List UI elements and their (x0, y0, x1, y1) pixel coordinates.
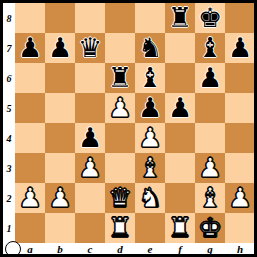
square-e1[interactable] (135, 213, 165, 243)
square-d2[interactable]: ♛ (105, 183, 135, 213)
square-f8[interactable]: ♜ (165, 3, 195, 33)
square-h2[interactable]: ♟ (225, 183, 255, 213)
square-g6[interactable]: ♟ (195, 63, 225, 93)
square-b8[interactable] (45, 3, 75, 33)
rank-label-4: 4 (3, 123, 15, 153)
square-b6[interactable] (45, 63, 75, 93)
board: ♜♚♟♟♛♞♝♟♜♝♟♟♟♟♟♟♟♝♟♟♟♛♞♝♟♜♜♚ (15, 3, 255, 243)
square-a6[interactable] (15, 63, 45, 93)
white-king: ♚ (195, 213, 225, 243)
square-a2[interactable]: ♟ (15, 183, 45, 213)
square-b3[interactable] (45, 153, 75, 183)
white-pawn: ♟ (225, 183, 255, 213)
square-c5[interactable] (75, 93, 105, 123)
black-pawn: ♟ (195, 63, 225, 93)
square-d1[interactable]: ♜ (105, 213, 135, 243)
black-rook: ♜ (105, 63, 135, 93)
file-label-f: f (165, 243, 195, 254)
square-c4[interactable]: ♟ (75, 123, 105, 153)
white-pawn: ♟ (195, 153, 225, 183)
black-pawn: ♟ (75, 123, 105, 153)
rank-label-2: 2 (3, 183, 15, 213)
white-pawn: ♟ (105, 93, 135, 123)
square-b5[interactable] (45, 93, 75, 123)
black-king: ♚ (195, 3, 225, 33)
square-a4[interactable] (15, 123, 45, 153)
square-b4[interactable] (45, 123, 75, 153)
black-queen: ♛ (75, 33, 105, 63)
rank-label-8: 8 (3, 3, 15, 33)
square-d6[interactable]: ♜ (105, 63, 135, 93)
white-rook: ♜ (165, 213, 195, 243)
file-label-d: d (105, 243, 135, 254)
file-label-b: b (45, 243, 75, 254)
square-f3[interactable] (165, 153, 195, 183)
square-c6[interactable] (75, 63, 105, 93)
square-g4[interactable] (195, 123, 225, 153)
file-labels: abcdefgh (15, 243, 255, 254)
white-knight: ♞ (135, 183, 165, 213)
square-g3[interactable]: ♟ (195, 153, 225, 183)
square-a8[interactable] (15, 3, 45, 33)
square-c2[interactable] (75, 183, 105, 213)
square-a3[interactable] (15, 153, 45, 183)
square-e3[interactable]: ♝ (135, 153, 165, 183)
square-e2[interactable]: ♞ (135, 183, 165, 213)
square-b1[interactable] (45, 213, 75, 243)
square-g1[interactable]: ♚ (195, 213, 225, 243)
square-h5[interactable] (225, 93, 255, 123)
rank-label-5: 5 (3, 93, 15, 123)
black-pawn: ♟ (45, 33, 75, 63)
black-pawn: ♟ (165, 93, 195, 123)
square-f2[interactable] (165, 183, 195, 213)
square-a1[interactable] (15, 213, 45, 243)
square-d8[interactable] (105, 3, 135, 33)
square-d3[interactable] (105, 153, 135, 183)
rank-label-7: 7 (3, 33, 15, 63)
square-g8[interactable]: ♚ (195, 3, 225, 33)
square-c7[interactable]: ♛ (75, 33, 105, 63)
square-f7[interactable] (165, 33, 195, 63)
square-e4[interactable]: ♟ (135, 123, 165, 153)
square-h3[interactable] (225, 153, 255, 183)
square-c8[interactable] (75, 3, 105, 33)
square-b2[interactable]: ♟ (45, 183, 75, 213)
square-h7[interactable]: ♟ (225, 33, 255, 63)
square-e7[interactable]: ♞ (135, 33, 165, 63)
square-d7[interactable] (105, 33, 135, 63)
square-d4[interactable] (105, 123, 135, 153)
square-f5[interactable]: ♟ (165, 93, 195, 123)
square-g5[interactable] (195, 93, 225, 123)
white-pawn: ♟ (135, 123, 165, 153)
file-label-c: c (75, 243, 105, 254)
square-c3[interactable]: ♟ (75, 153, 105, 183)
black-knight: ♞ (135, 33, 165, 63)
square-g2[interactable]: ♝ (195, 183, 225, 213)
file-label-h: h (225, 243, 255, 254)
chess-diagram: 87654321 ♜♚♟♟♛♞♝♟♜♝♟♟♟♟♟♟♟♝♟♟♟♛♞♝♟♜♜♚ ab… (0, 0, 257, 257)
square-h8[interactable] (225, 3, 255, 33)
white-pawn: ♟ (45, 183, 75, 213)
white-queen: ♛ (105, 183, 135, 213)
white-bishop: ♝ (195, 183, 225, 213)
square-c1[interactable] (75, 213, 105, 243)
black-bishop: ♝ (195, 33, 225, 63)
black-pawn: ♟ (15, 33, 45, 63)
rank-label-6: 6 (3, 63, 15, 93)
square-h6[interactable] (225, 63, 255, 93)
white-bishop: ♝ (135, 153, 165, 183)
square-f6[interactable] (165, 63, 195, 93)
square-b7[interactable]: ♟ (45, 33, 75, 63)
square-a7[interactable]: ♟ (15, 33, 45, 63)
square-g7[interactable]: ♝ (195, 33, 225, 63)
square-a5[interactable] (15, 93, 45, 123)
square-f1[interactable]: ♜ (165, 213, 195, 243)
square-e8[interactable] (135, 3, 165, 33)
file-label-e: e (135, 243, 165, 254)
black-pawn: ♟ (225, 33, 255, 63)
square-e5[interactable]: ♟ (135, 93, 165, 123)
black-pawn: ♟ (135, 93, 165, 123)
square-f4[interactable] (165, 123, 195, 153)
black-bishop: ♝ (135, 63, 165, 93)
side-to-move-indicator (5, 241, 21, 257)
rank-labels: 87654321 (3, 3, 15, 243)
rank-label-1: 1 (3, 213, 15, 243)
white-rook: ♜ (105, 213, 135, 243)
square-h1[interactable] (225, 213, 255, 243)
black-rook: ♜ (165, 3, 195, 33)
white-pawn: ♟ (15, 183, 45, 213)
white-pawn: ♟ (75, 153, 105, 183)
square-h4[interactable] (225, 123, 255, 153)
file-label-g: g (195, 243, 225, 254)
square-d5[interactable]: ♟ (105, 93, 135, 123)
rank-label-3: 3 (3, 153, 15, 183)
square-e6[interactable]: ♝ (135, 63, 165, 93)
